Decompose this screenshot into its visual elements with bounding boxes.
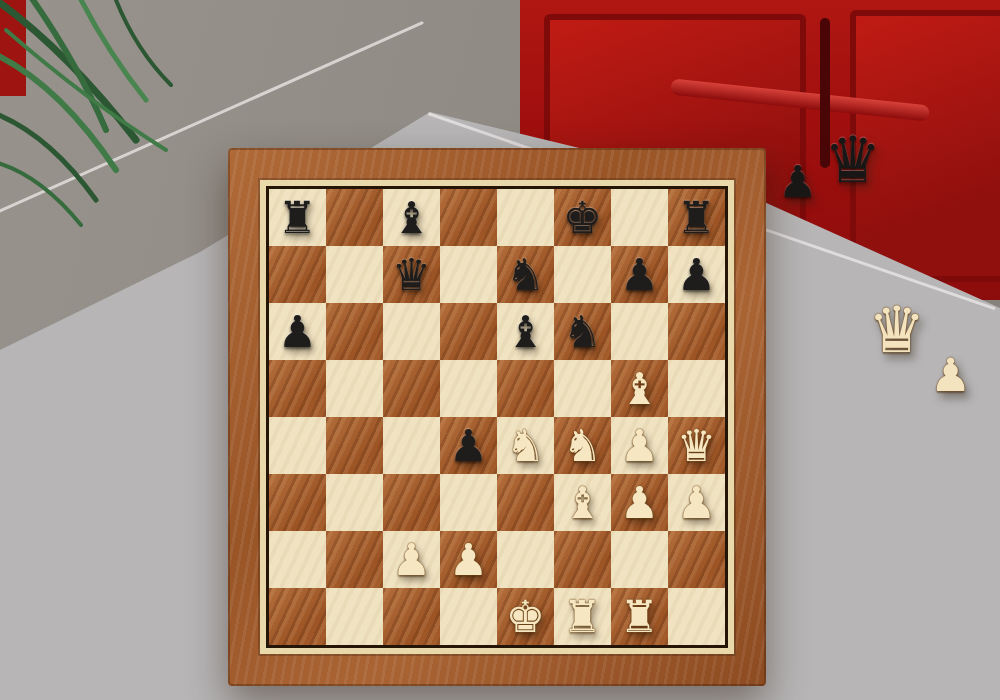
square-b8[interactable] xyxy=(326,189,383,246)
black-rook[interactable]: ♜ xyxy=(278,196,317,240)
square-e1[interactable]: ♚ xyxy=(497,588,554,645)
square-e6[interactable]: ♝ xyxy=(497,303,554,360)
black-knight[interactable]: ♞ xyxy=(506,253,545,297)
white-king[interactable]: ♚ xyxy=(506,595,545,639)
black-rook[interactable]: ♜ xyxy=(677,196,716,240)
black-knight[interactable]: ♞ xyxy=(563,310,602,354)
square-f8[interactable]: ♚ xyxy=(554,189,611,246)
square-d6[interactable] xyxy=(440,303,497,360)
offboard-white-queen[interactable]: ♛ xyxy=(868,298,925,362)
square-d3[interactable] xyxy=(440,474,497,531)
white-pawn[interactable]: ♟ xyxy=(449,538,488,582)
square-f7[interactable] xyxy=(554,246,611,303)
square-c2[interactable]: ♟ xyxy=(383,531,440,588)
black-bishop[interactable]: ♝ xyxy=(392,196,431,240)
square-f1[interactable]: ♜ xyxy=(554,588,611,645)
square-e7[interactable]: ♞ xyxy=(497,246,554,303)
square-d1[interactable] xyxy=(440,588,497,645)
square-h8[interactable]: ♜ xyxy=(668,189,725,246)
square-h7[interactable]: ♟ xyxy=(668,246,725,303)
square-g6[interactable] xyxy=(611,303,668,360)
square-b1[interactable] xyxy=(326,588,383,645)
offboard-black-pawn[interactable]: ♟ xyxy=(778,160,817,204)
black-pawn[interactable]: ♟ xyxy=(677,253,716,297)
white-pawn[interactable]: ♟ xyxy=(677,481,716,525)
white-knight[interactable]: ♞ xyxy=(563,424,602,468)
square-c5[interactable] xyxy=(383,360,440,417)
square-b6[interactable] xyxy=(326,303,383,360)
square-c3[interactable] xyxy=(383,474,440,531)
black-queen[interactable]: ♛ xyxy=(392,253,431,297)
square-f2[interactable] xyxy=(554,531,611,588)
square-f6[interactable]: ♞ xyxy=(554,303,611,360)
square-d4[interactable]: ♟ xyxy=(440,417,497,474)
square-h6[interactable] xyxy=(668,303,725,360)
white-bishop[interactable]: ♝ xyxy=(620,367,659,411)
square-a7[interactable] xyxy=(269,246,326,303)
offboard-black-queen[interactable]: ♛ xyxy=(824,128,881,192)
offboard-white-pawn[interactable]: ♟ xyxy=(930,352,971,398)
black-pawn[interactable]: ♟ xyxy=(620,253,659,297)
square-c4[interactable] xyxy=(383,417,440,474)
square-a8[interactable]: ♜ xyxy=(269,189,326,246)
black-pawn[interactable]: ♟ xyxy=(278,310,317,354)
square-b3[interactable] xyxy=(326,474,383,531)
square-f5[interactable] xyxy=(554,360,611,417)
square-g5[interactable]: ♝ xyxy=(611,360,668,417)
square-a4[interactable] xyxy=(269,417,326,474)
square-g1[interactable]: ♜ xyxy=(611,588,668,645)
square-c6[interactable] xyxy=(383,303,440,360)
square-c1[interactable] xyxy=(383,588,440,645)
square-g3[interactable]: ♟ xyxy=(611,474,668,531)
scene: { "game": "chess", "position": { "fen": … xyxy=(0,0,1000,700)
white-pawn[interactable]: ♟ xyxy=(392,538,431,582)
square-g2[interactable] xyxy=(611,531,668,588)
red-object-edge xyxy=(0,0,26,96)
square-d2[interactable]: ♟ xyxy=(440,531,497,588)
square-e5[interactable] xyxy=(497,360,554,417)
square-b4[interactable] xyxy=(326,417,383,474)
square-b7[interactable] xyxy=(326,246,383,303)
square-h2[interactable] xyxy=(668,531,725,588)
square-a1[interactable] xyxy=(269,588,326,645)
chess-board: ♜♝♚♜♛♞♟♟♟♝♞♝♟♞♞♟♛♝♟♟♟♟♚♜♜ xyxy=(269,189,725,645)
square-h4[interactable]: ♛ xyxy=(668,417,725,474)
black-king[interactable]: ♚ xyxy=(563,196,602,240)
square-a6[interactable]: ♟ xyxy=(269,303,326,360)
square-f4[interactable]: ♞ xyxy=(554,417,611,474)
white-rook[interactable]: ♜ xyxy=(620,595,659,639)
board-border: ♜♝♚♜♛♞♟♟♟♝♞♝♟♞♞♟♛♝♟♟♟♟♚♜♜ xyxy=(266,186,728,648)
square-e4[interactable]: ♞ xyxy=(497,417,554,474)
white-pawn[interactable]: ♟ xyxy=(620,481,659,525)
square-d5[interactable] xyxy=(440,360,497,417)
square-a2[interactable] xyxy=(269,531,326,588)
square-a3[interactable] xyxy=(269,474,326,531)
square-d8[interactable] xyxy=(440,189,497,246)
square-c7[interactable]: ♛ xyxy=(383,246,440,303)
square-g8[interactable] xyxy=(611,189,668,246)
square-h3[interactable]: ♟ xyxy=(668,474,725,531)
square-g7[interactable]: ♟ xyxy=(611,246,668,303)
white-bishop[interactable]: ♝ xyxy=(563,481,602,525)
square-c8[interactable]: ♝ xyxy=(383,189,440,246)
square-e3[interactable] xyxy=(497,474,554,531)
square-a5[interactable] xyxy=(269,360,326,417)
square-f3[interactable]: ♝ xyxy=(554,474,611,531)
white-knight[interactable]: ♞ xyxy=(506,424,545,468)
black-bishop[interactable]: ♝ xyxy=(506,310,545,354)
white-queen[interactable]: ♛ xyxy=(677,424,716,468)
square-b2[interactable] xyxy=(326,531,383,588)
square-b5[interactable] xyxy=(326,360,383,417)
square-h5[interactable] xyxy=(668,360,725,417)
square-e8[interactable] xyxy=(497,189,554,246)
square-e2[interactable] xyxy=(497,531,554,588)
square-g4[interactable]: ♟ xyxy=(611,417,668,474)
square-h1[interactable] xyxy=(668,588,725,645)
board-frame: ♜♝♚♜♛♞♟♟♟♝♞♝♟♞♞♟♛♝♟♟♟♟♚♜♜ xyxy=(228,148,766,686)
white-rook[interactable]: ♜ xyxy=(563,595,602,639)
square-d7[interactable] xyxy=(440,246,497,303)
black-pawn[interactable]: ♟ xyxy=(449,424,488,468)
white-pawn[interactable]: ♟ xyxy=(620,424,659,468)
